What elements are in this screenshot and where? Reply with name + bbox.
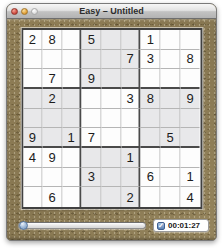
sudoku-cell[interactable] [23, 50, 43, 70]
sudoku-cell[interactable] [161, 69, 181, 89]
sudoku-cell[interactable] [82, 50, 102, 70]
screen: Easy – Untitled 285173879238991754913616… [0, 0, 222, 248]
slider-track[interactable] [18, 222, 146, 229]
sudoku-cell[interactable]: 9 [82, 69, 102, 89]
sudoku-cell[interactable] [141, 128, 161, 148]
sudoku-cell[interactable]: 4 [23, 148, 43, 168]
sudoku-cell[interactable]: 1 [141, 30, 161, 50]
progress-slider[interactable] [18, 221, 146, 230]
sudoku-cell[interactable] [23, 168, 43, 188]
sudoku-cell[interactable] [62, 168, 82, 188]
sudoku-cell[interactable] [43, 128, 63, 148]
titlebar[interactable]: Easy – Untitled [7, 4, 216, 19]
sudoku-cell[interactable] [180, 30, 200, 50]
sudoku-cell[interactable] [121, 69, 141, 89]
sudoku-cell[interactable]: 1 [62, 128, 82, 148]
sudoku-cell[interactable] [161, 148, 181, 168]
slider-thumb[interactable] [19, 221, 28, 230]
sudoku-cell[interactable] [43, 50, 63, 70]
sudoku-cell[interactable] [23, 69, 43, 89]
sudoku-cell[interactable] [82, 89, 102, 109]
sudoku-cell[interactable] [141, 187, 161, 207]
board-frame: 28517387923899175491361624 ✓ 00:01:27 [7, 19, 216, 240]
sudoku-cell[interactable] [62, 89, 82, 109]
bottom-bar: ✓ 00:01:27 [18, 218, 209, 233]
app-window: Easy – Untitled 285173879238991754913616… [6, 3, 217, 241]
sudoku-cell[interactable]: 6 [141, 168, 161, 188]
sudoku-cell[interactable]: 8 [43, 30, 63, 50]
sudoku-cell[interactable] [62, 187, 82, 207]
sudoku-cell[interactable]: 2 [121, 187, 141, 207]
sudoku-cell[interactable] [121, 30, 141, 50]
sudoku-cell[interactable] [161, 187, 181, 207]
sudoku-cell[interactable] [102, 128, 122, 148]
sudoku-cell[interactable] [62, 148, 82, 168]
sudoku-cell[interactable] [121, 168, 141, 188]
sudoku-cell[interactable]: 6 [43, 187, 63, 207]
sudoku-cell[interactable] [62, 69, 82, 89]
sudoku-cell[interactable] [102, 109, 122, 129]
sudoku-cell[interactable]: 9 [180, 89, 200, 109]
timer-checkbox[interactable]: ✓ [157, 222, 165, 230]
sudoku-cell[interactable]: 3 [82, 168, 102, 188]
sudoku-cell[interactable] [161, 50, 181, 70]
sudoku-cell[interactable] [62, 109, 82, 129]
timer-box: ✓ 00:01:27 [153, 219, 209, 232]
sudoku-cell[interactable] [62, 30, 82, 50]
sudoku-cell[interactable] [82, 148, 102, 168]
sudoku-cell[interactable] [43, 168, 63, 188]
sudoku-cell[interactable] [180, 109, 200, 129]
sudoku-cell[interactable] [180, 148, 200, 168]
sudoku-cell[interactable]: 4 [180, 187, 200, 207]
sudoku-cell[interactable]: 3 [121, 89, 141, 109]
window-title: Easy – Untitled [7, 6, 216, 16]
sudoku-cell[interactable] [102, 187, 122, 207]
sudoku-cell[interactable]: 7 [43, 69, 63, 89]
timer-value: 00:01:27 [168, 221, 200, 230]
sudoku-cell[interactable]: 1 [180, 168, 200, 188]
sudoku-cell[interactable]: 9 [23, 128, 43, 148]
sudoku-cell[interactable]: 5 [161, 128, 181, 148]
sudoku-cell[interactable] [141, 148, 161, 168]
sudoku-cell[interactable] [161, 89, 181, 109]
sudoku-cell[interactable] [121, 109, 141, 129]
sudoku-cell[interactable] [102, 168, 122, 188]
sudoku-cell[interactable]: 8 [141, 89, 161, 109]
sudoku-cell[interactable]: 2 [23, 30, 43, 50]
sudoku-cell[interactable] [141, 69, 161, 89]
sudoku-cell[interactable] [23, 187, 43, 207]
sudoku-cell[interactable] [121, 128, 141, 148]
sudoku-cell[interactable] [102, 69, 122, 89]
sudoku-cell[interactable] [180, 128, 200, 148]
sudoku-cell[interactable] [102, 148, 122, 168]
sudoku-cell[interactable] [161, 30, 181, 50]
sudoku-cell[interactable]: 8 [180, 50, 200, 70]
sudoku-cell[interactable]: 3 [141, 50, 161, 70]
sudoku-cell[interactable] [180, 69, 200, 89]
sudoku-cell[interactable] [62, 50, 82, 70]
sudoku-cell[interactable] [23, 89, 43, 109]
sudoku-cell[interactable]: 9 [43, 148, 63, 168]
sudoku-cell[interactable] [102, 30, 122, 50]
sudoku-cell[interactable]: 2 [43, 89, 63, 109]
sudoku-cell[interactable]: 7 [82, 128, 102, 148]
sudoku-cell[interactable] [102, 89, 122, 109]
sudoku-cell[interactable] [43, 109, 63, 129]
sudoku-cell[interactable] [82, 109, 102, 129]
sudoku-cell[interactable] [82, 187, 102, 207]
sudoku-cell[interactable]: 1 [121, 148, 141, 168]
sudoku-cell[interactable] [23, 109, 43, 129]
sudoku-cell[interactable]: 7 [121, 50, 141, 70]
sudoku-cell[interactable] [102, 50, 122, 70]
sudoku-board: 28517387923899175491361624 [21, 28, 202, 209]
sudoku-cell[interactable] [161, 109, 181, 129]
sudoku-cell[interactable]: 5 [82, 30, 102, 50]
sudoku-cell[interactable] [141, 109, 161, 129]
sudoku-cell[interactable] [161, 168, 181, 188]
